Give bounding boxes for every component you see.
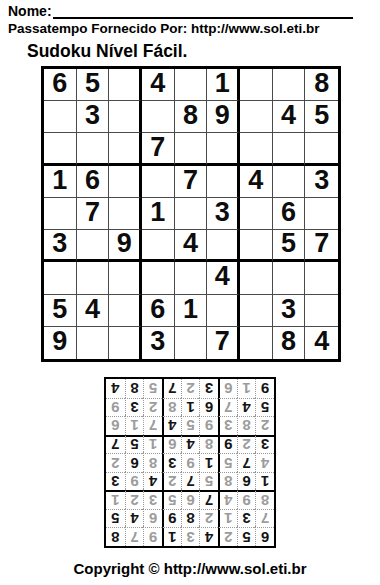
solution-cell-r2c7: 6 (143, 509, 162, 528)
solution-cell-r9c2: 1 (237, 379, 256, 398)
solution-cell-r4c4: 5 (199, 472, 218, 491)
solution-cell-r9c8: 8 (125, 379, 144, 398)
puzzle-cell-r8c3[interactable] (109, 295, 142, 327)
puzzle-cell-r1c9[interactable]: 8 (305, 69, 338, 101)
puzzle-cell-r5c6[interactable]: 3 (207, 198, 240, 230)
solution-cell-r8c3: 7 (218, 398, 237, 417)
puzzle-cell-r7c3[interactable] (109, 262, 142, 294)
solution-cell-r6c6: 6 (162, 435, 181, 454)
puzzle-cell-r1c1[interactable]: 6 (44, 69, 77, 101)
solution-cell-r9c7: 5 (143, 379, 162, 398)
solution-cell-r4c8: 9 (125, 472, 144, 491)
solution-cell-r1c9: 8 (106, 527, 125, 546)
puzzle-cell-r9c5[interactable] (175, 327, 208, 359)
solution-cell-r1c3: 2 (218, 527, 237, 546)
solution-cell-r3c2: 9 (237, 490, 256, 509)
puzzle-cell-r8c4[interactable]: 6 (142, 295, 175, 327)
puzzle-cell-r9c7[interactable] (240, 327, 273, 359)
puzzle-cell-r2c9[interactable]: 5 (305, 101, 338, 133)
puzzle-cell-r6c3[interactable]: 9 (109, 230, 142, 262)
solution-cell-r5c5: 9 (181, 453, 200, 472)
puzzle-cell-r1c8[interactable] (273, 69, 306, 101)
puzzle-cell-r3c9[interactable] (305, 133, 338, 165)
puzzle-cell-r2c5[interactable]: 8 (175, 101, 208, 133)
puzzle-cell-r5c3[interactable] (109, 198, 142, 230)
solution-cell-r7c4: 9 (199, 416, 218, 435)
solution-cell-r1c5: 3 (181, 527, 200, 546)
puzzle-cell-r7c1[interactable] (44, 262, 77, 294)
solution-cell-r8c1: 5 (255, 398, 274, 417)
solution-cell-r3c5: 6 (181, 490, 200, 509)
solution-cell-r3c8: 2 (125, 490, 144, 509)
puzzle-cell-r5c4[interactable]: 1 (142, 198, 175, 230)
solution-cell-r9c6: 7 (162, 379, 181, 398)
puzzle-cell-r6c1[interactable]: 3 (44, 230, 77, 262)
solution-cell-r5c6: 3 (162, 453, 181, 472)
puzzle-cell-r6c7[interactable] (240, 230, 273, 262)
puzzle-cell-r4c8[interactable] (273, 166, 306, 198)
solution-cell-r7c7: 7 (143, 416, 162, 435)
solution-cell-r1c6: 1 (162, 527, 181, 546)
solution-cell-r6c2: 2 (237, 435, 256, 454)
solution-cell-r2c8: 4 (125, 509, 144, 528)
puzzle-cell-r5c9[interactable] (305, 198, 338, 230)
solution-cell-r2c4: 2 (199, 509, 218, 528)
solution-cell-r5c9: 2 (106, 453, 125, 472)
solution-cell-r1c2: 5 (237, 527, 256, 546)
puzzle-cell-r3c3[interactable] (109, 133, 142, 165)
solution-cell-r5c4: 1 (199, 453, 218, 472)
puzzle-cell-r9c3[interactable] (109, 327, 142, 359)
puzzle-cell-r9c9[interactable]: 4 (305, 327, 338, 359)
puzzle-cell-r1c2[interactable]: 5 (77, 69, 110, 101)
puzzle-cell-r2c7[interactable] (240, 101, 273, 133)
solution-cell-r1c4: 4 (199, 527, 218, 546)
puzzle-cell-r4c9[interactable]: 3 (305, 166, 338, 198)
solution-cell-r2c2: 3 (237, 509, 256, 528)
puzzle-cell-r8c2[interactable]: 4 (77, 295, 110, 327)
puzzle-cell-r9c4[interactable]: 3 (142, 327, 175, 359)
puzzle-cell-r8c8[interactable]: 3 (273, 295, 306, 327)
solution-cell-r3c7: 3 (143, 490, 162, 509)
solution-cell-r1c8: 7 (125, 527, 144, 546)
solution-cell-r7c2: 8 (237, 416, 256, 435)
solution-cell-r6c5: 4 (181, 435, 200, 454)
solution-cell-r1c1: 6 (255, 527, 274, 546)
solution-cell-r2c9: 5 (106, 509, 125, 528)
puzzle-cell-r4c3[interactable] (109, 166, 142, 198)
solution-cell-r2c1: 7 (255, 509, 274, 528)
puzzle-cell-r3c2[interactable] (77, 133, 110, 165)
solution-cell-r7c3: 3 (218, 416, 237, 435)
solution-cell-r5c2: 7 (237, 453, 256, 472)
solution-cell-r8c5: 1 (181, 398, 200, 417)
puzzle-cell-r5c8[interactable]: 6 (273, 198, 306, 230)
puzzle-cell-r6c4[interactable] (142, 230, 175, 262)
puzzle-cell-r8c5[interactable]: 1 (175, 295, 208, 327)
solution-cell-r6c3: 9 (218, 435, 237, 454)
puzzle-cell-r3c7[interactable] (240, 133, 273, 165)
solution-cell-r5c8: 6 (125, 453, 144, 472)
puzzle-grid: 654183894571674371363945745461393784 (41, 66, 341, 362)
solution-cell-r4c1: 1 (255, 472, 274, 491)
puzzle-cell-r1c6[interactable]: 1 (207, 69, 240, 101)
solution-cell-r4c3: 8 (218, 472, 237, 491)
solution-cell-r2c5: 8 (181, 509, 200, 528)
solution-cell-r3c1: 8 (255, 490, 274, 509)
copyright: Copyright © http://www.sol.eti.br (0, 560, 380, 577)
puzzle-cell-r5c5[interactable] (175, 198, 208, 230)
solution-cell-r3c6: 5 (162, 490, 181, 509)
solution-cell-r4c7: 4 (143, 472, 162, 491)
puzzle-cell-r7c9[interactable] (305, 262, 338, 294)
page-title: Sudoku Nível Fácil. (27, 41, 187, 62)
solution-cell-r7c8: 1 (125, 416, 144, 435)
puzzle-cell-r1c7[interactable] (240, 69, 273, 101)
solution-cell-r6c7: 1 (143, 435, 162, 454)
solution-cell-r6c1: 3 (255, 435, 274, 454)
puzzle-cell-r8c9[interactable] (305, 295, 338, 327)
puzzle-cell-r4c4[interactable] (142, 166, 175, 198)
puzzle-cell-r3c4[interactable]: 7 (142, 133, 175, 165)
solution-cell-r9c4: 3 (199, 379, 218, 398)
puzzle-cell-r6c2[interactable] (77, 230, 110, 262)
solution-cell-r9c9: 4 (106, 379, 125, 398)
puzzle-cell-r8c7[interactable] (240, 295, 273, 327)
solution-cell-r8c9: 9 (106, 398, 125, 417)
puzzle-cell-r7c7[interactable] (240, 262, 273, 294)
puzzle-cell-r5c7[interactable] (240, 198, 273, 230)
puzzle-cell-r6c5[interactable]: 4 (175, 230, 208, 262)
puzzle-cell-r4c6[interactable] (207, 166, 240, 198)
puzzle-cell-r4c5[interactable]: 7 (175, 166, 208, 198)
provider-line: Passatempo Fornecido Por: http://www.sol… (8, 21, 320, 36)
puzzle-cell-r9c1[interactable]: 9 (44, 327, 77, 359)
puzzle-cell-r6c6[interactable] (207, 230, 240, 262)
solution-cell-r8c4: 6 (199, 398, 218, 417)
puzzle-cell-r6c8[interactable]: 5 (273, 230, 306, 262)
solution-cell-r7c1: 2 (255, 416, 274, 435)
solution-cell-r2c6: 9 (162, 509, 181, 528)
solution-cell-r8c2: 4 (237, 398, 256, 417)
puzzle-cell-r3c1[interactable] (44, 133, 77, 165)
puzzle-cell-r2c8[interactable]: 4 (273, 101, 306, 133)
solution-cell-r2c3: 1 (218, 509, 237, 528)
puzzle-cell-r8c6[interactable] (207, 295, 240, 327)
solution-cell-r6c8: 5 (125, 435, 144, 454)
solution-cell-r4c6: 2 (162, 472, 181, 491)
puzzle-cell-r9c2[interactable] (77, 327, 110, 359)
solution-cell-r7c5: 5 (181, 416, 200, 435)
solution-cell-r9c3: 6 (218, 379, 237, 398)
solution-cell-r5c3: 5 (218, 453, 237, 472)
solution-cell-r3c4: 7 (199, 490, 218, 509)
puzzle-cell-r8c1[interactable]: 5 (44, 295, 77, 327)
puzzle-cell-r9c6[interactable]: 7 (207, 327, 240, 359)
solution-cell-r7c6: 4 (162, 416, 181, 435)
puzzle-cell-r5c2[interactable]: 7 (77, 198, 110, 230)
solution-cell-r9c1: 9 (255, 379, 274, 398)
solution-cell-r8c7: 2 (143, 398, 162, 417)
solution-cell-r4c5: 7 (181, 472, 200, 491)
puzzle-cell-r2c2[interactable]: 3 (77, 101, 110, 133)
puzzle-cell-r7c4[interactable] (142, 262, 175, 294)
puzzle-cell-r1c3[interactable] (109, 69, 142, 101)
puzzle-cell-r7c8[interactable] (273, 262, 306, 294)
solution-cell-r8c6: 8 (162, 398, 181, 417)
solution-cell-r9c5: 2 (181, 379, 200, 398)
puzzle-cell-r7c6[interactable]: 4 (207, 262, 240, 294)
puzzle-cell-r3c5[interactable] (175, 133, 208, 165)
solution-cell-r6c9: 7 (106, 435, 125, 454)
puzzle-cell-r2c3[interactable] (109, 101, 142, 133)
puzzle-cell-r6c9[interactable]: 7 (305, 230, 338, 262)
name-blank-line (53, 4, 353, 19)
puzzle-cell-r3c6[interactable] (207, 133, 240, 165)
solution-cell-r7c9: 6 (106, 416, 125, 435)
solution-cell-r6c4: 8 (199, 435, 218, 454)
solution-cell-r5c1: 4 (255, 453, 274, 472)
puzzle-cell-r2c1[interactable] (44, 101, 77, 133)
puzzle-cell-r7c2[interactable] (77, 262, 110, 294)
puzzle-cell-r2c4[interactable] (142, 101, 175, 133)
solution-cell-r1c7: 9 (143, 527, 162, 546)
solution-cell-r8c8: 3 (125, 398, 144, 417)
puzzle-cell-r5c1[interactable] (44, 198, 77, 230)
solution-cell-r3c9: 1 (106, 490, 125, 509)
puzzle-cell-r4c2[interactable]: 6 (77, 166, 110, 198)
solution-cell-r4c2: 6 (237, 472, 256, 491)
solution-cell-r5c7: 8 (143, 453, 162, 472)
puzzle-cell-r7c5[interactable] (175, 262, 208, 294)
solution-cell-r4c9: 3 (106, 472, 125, 491)
puzzle-cell-r9c8[interactable]: 8 (273, 327, 306, 359)
puzzle-cell-r4c1[interactable]: 1 (44, 166, 77, 198)
solution-grid: 6524319787312896458947653211685724934751… (104, 377, 276, 548)
puzzle-cell-r3c8[interactable] (273, 133, 306, 165)
name-row: Nome: (8, 3, 353, 19)
puzzle-cell-r1c4[interactable]: 4 (142, 69, 175, 101)
puzzle-cell-r4c7[interactable]: 4 (240, 166, 273, 198)
name-label: Nome: (8, 3, 52, 19)
puzzle-cell-r1c5[interactable] (175, 69, 208, 101)
solution-cell-r3c3: 4 (218, 490, 237, 509)
puzzle-cell-r2c6[interactable]: 9 (207, 101, 240, 133)
